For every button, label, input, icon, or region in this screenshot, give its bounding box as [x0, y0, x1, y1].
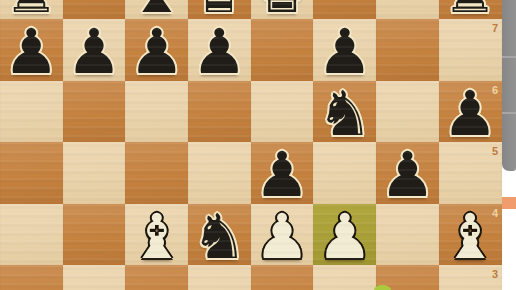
white-bishop[interactable]: ♝: [442, 206, 498, 268]
square-f6[interactable]: ♞: [313, 81, 376, 143]
square-c5[interactable]: [125, 142, 188, 204]
side-panel-gray-block: [502, 0, 516, 171]
square-c3[interactable]: [125, 265, 188, 290]
white-bishop[interactable]: ♝: [129, 206, 185, 268]
white-pawn[interactable]: ♟: [254, 206, 310, 268]
square-b7[interactable]: ♟: [63, 19, 126, 81]
square-e5[interactable]: ♟: [251, 142, 314, 204]
black-rook[interactable]: ♜: [442, 0, 498, 21]
square-d4[interactable]: ♞: [188, 204, 251, 266]
square-g5[interactable]: ♟: [376, 142, 439, 204]
square-d6[interactable]: [188, 81, 251, 143]
square-f5[interactable]: [313, 142, 376, 204]
square-g6[interactable]: [376, 81, 439, 143]
square-g7[interactable]: [376, 19, 439, 81]
black-pawn[interactable]: ♟: [442, 83, 498, 145]
square-e4[interactable]: ♟: [251, 204, 314, 266]
black-pawn[interactable]: ♟: [129, 21, 185, 83]
green-marker: [374, 285, 391, 290]
square-a7[interactable]: ♟: [0, 19, 63, 81]
square-e7[interactable]: [251, 19, 314, 81]
black-pawn[interactable]: ♟: [66, 21, 122, 83]
square-b4[interactable]: [63, 204, 126, 266]
square-g8[interactable]: [376, 0, 439, 19]
square-h8[interactable]: ♜: [439, 0, 502, 19]
black-pawn[interactable]: ♟: [192, 21, 248, 83]
square-f7[interactable]: ♟: [313, 19, 376, 81]
square-h4[interactable]: ♝: [439, 204, 502, 266]
square-f3[interactable]: [313, 265, 376, 290]
black-knight[interactable]: ♞: [317, 83, 373, 145]
square-b5[interactable]: [63, 142, 126, 204]
square-a4[interactable]: [0, 204, 63, 266]
square-a3[interactable]: [0, 265, 63, 290]
black-knight[interactable]: ♞: [192, 206, 248, 268]
square-b3[interactable]: [63, 265, 126, 290]
chess-board: ♜♝♛♚♜♟♟♟♟♟♞♟♟♟♝♞♟♟♝: [0, 0, 502, 290]
square-d3[interactable]: [188, 265, 251, 290]
black-king[interactable]: ♚: [254, 0, 310, 21]
square-c4[interactable]: ♝: [125, 204, 188, 266]
black-pawn[interactable]: ♟: [317, 21, 373, 83]
square-e6[interactable]: [251, 81, 314, 143]
square-e3[interactable]: [251, 265, 314, 290]
square-g4[interactable]: [376, 204, 439, 266]
chess-app-screenshot: ♜♝♛♚♜♟♟♟♟♟♞♟♟♟♝♞♟♟♝ 76543: [0, 0, 516, 290]
black-pawn[interactable]: ♟: [380, 144, 436, 206]
side-panel-highlight-band: [502, 197, 516, 209]
square-a5[interactable]: [0, 142, 63, 204]
side-panel-divider: [502, 112, 516, 114]
square-c6[interactable]: [125, 81, 188, 143]
square-h7[interactable]: [439, 19, 502, 81]
square-c7[interactable]: ♟: [125, 19, 188, 81]
side-panel-divider: [502, 56, 516, 58]
square-d5[interactable]: [188, 142, 251, 204]
square-h6[interactable]: ♟: [439, 81, 502, 143]
white-pawn[interactable]: ♟: [317, 206, 373, 268]
square-d7[interactable]: ♟: [188, 19, 251, 81]
black-pawn[interactable]: ♟: [4, 21, 60, 83]
square-a6[interactable]: [0, 81, 63, 143]
square-b6[interactable]: [63, 81, 126, 143]
black-pawn[interactable]: ♟: [254, 144, 310, 206]
side-panel-edge: [502, 0, 516, 290]
square-e8[interactable]: ♚: [251, 0, 314, 19]
square-h5[interactable]: [439, 142, 502, 204]
square-f4[interactable]: ♟: [313, 204, 376, 266]
square-h3[interactable]: [439, 265, 502, 290]
